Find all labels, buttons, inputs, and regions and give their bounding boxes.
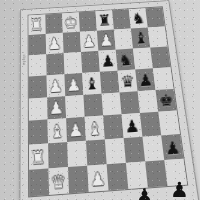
board-square-f4[interactable] xyxy=(120,91,140,115)
board-square-d8[interactable] xyxy=(79,11,97,31)
board-square-d2[interactable] xyxy=(86,140,107,166)
board-square-b1[interactable]: ♛ xyxy=(49,167,69,194)
board-square-h8[interactable] xyxy=(145,7,164,27)
board-square-f3[interactable]: ♟ xyxy=(122,113,143,138)
board-square-g5[interactable]: ♟ xyxy=(135,68,155,91)
chess-piece-white-queen[interactable]: ♛ xyxy=(48,171,69,195)
board-square-a2[interactable]: ♜ xyxy=(29,144,49,170)
chess-piece-white-pawn[interactable]: ♟ xyxy=(46,98,66,120)
board-square-d6[interactable] xyxy=(81,51,100,73)
board-square-b6[interactable] xyxy=(46,53,64,75)
board-square-e2[interactable] xyxy=(105,138,126,164)
board-square-g2[interactable] xyxy=(142,136,164,162)
board-square-c8[interactable]: ♚ xyxy=(62,12,80,32)
board-square-e1[interactable] xyxy=(107,163,129,190)
chess-piece-white-rook[interactable]: ♜ xyxy=(28,15,46,35)
chess-piece-white-king[interactable]: ♚ xyxy=(62,13,80,33)
board-square-g3[interactable] xyxy=(140,112,161,137)
board-square-c6[interactable] xyxy=(64,52,83,74)
board-square-b8[interactable] xyxy=(45,13,62,33)
board-square-d1[interactable]: ♟ xyxy=(87,164,108,191)
chessboard-photo: ılıılıı ♜♚♜♞♟♟♟♝♟♞♟♟♝♛♟♟♚♝♟♝♟♜♟♛♟ ♟ ♟ xyxy=(0,0,200,200)
chess-piece-white-pawn[interactable]: ♟ xyxy=(45,34,64,54)
chess-piece-white-pawn[interactable]: ♟ xyxy=(97,31,116,51)
board-grid[interactable]: ♜♚♜♞♟♟♟♝♟♞♟♟♝♛♟♟♚♝♟♝♟♜♟♛♟ xyxy=(28,6,189,197)
chess-piece-black-king[interactable]: ♚ xyxy=(157,91,177,113)
frame-edge-marking: ılıılıı xyxy=(21,55,27,97)
board-square-f2[interactable] xyxy=(124,137,145,163)
chess-piece-white-bishop[interactable]: ♝ xyxy=(47,121,67,143)
board-square-e3[interactable] xyxy=(103,115,124,140)
chess-piece-white-rook[interactable]: ♜ xyxy=(28,147,49,170)
board-square-h2[interactable]: ♟ xyxy=(161,134,183,160)
chess-piece-white-pawn[interactable]: ♟ xyxy=(80,32,99,52)
chess-board-frame: ılıılıı ♜♚♜♞♟♟♟♝♟♞♟♟♝♛♟♟♚♝♟♝♟♜♟♛♟ xyxy=(19,0,199,200)
board-square-f5[interactable]: ♛ xyxy=(118,69,138,92)
board-square-h3[interactable] xyxy=(158,111,180,136)
chess-piece-white-pawn[interactable]: ♟ xyxy=(46,76,65,97)
board-square-h4[interactable]: ♚ xyxy=(155,88,176,112)
board-square-d5[interactable]: ♝ xyxy=(82,72,101,95)
chess-piece-black-rook[interactable]: ♜ xyxy=(96,11,114,31)
board-square-c3[interactable]: ♟ xyxy=(66,117,86,142)
board-square-h6[interactable] xyxy=(150,46,170,68)
board-square-b2[interactable] xyxy=(48,142,68,168)
chess-piece-black-knight[interactable]: ♞ xyxy=(116,50,135,71)
board-square-a6[interactable] xyxy=(29,54,47,76)
chess-piece-black-bishop[interactable]: ♝ xyxy=(132,28,151,48)
chess-piece-black-queen[interactable]: ♛ xyxy=(118,71,137,92)
board-square-a1[interactable] xyxy=(29,169,49,197)
board-square-a8[interactable]: ♜ xyxy=(29,14,46,34)
board-square-e7[interactable]: ♟ xyxy=(97,30,116,51)
chess-piece-black-pawn[interactable]: ♟ xyxy=(99,51,118,72)
board-square-g8[interactable]: ♞ xyxy=(129,8,148,28)
board-square-f8[interactable] xyxy=(112,9,131,29)
board-square-e8[interactable]: ♜ xyxy=(96,10,114,30)
chess-piece-black-bishop[interactable]: ♝ xyxy=(82,73,101,94)
board-square-d4[interactable] xyxy=(83,93,103,117)
captured-black-piece: ♟ xyxy=(170,178,189,200)
chess-piece-white-bishop[interactable]: ♝ xyxy=(85,119,105,141)
board-square-h5[interactable] xyxy=(153,67,174,90)
board-square-e5[interactable] xyxy=(100,70,120,93)
board-square-b5[interactable]: ♟ xyxy=(47,74,66,97)
board-square-c5[interactable]: ♟ xyxy=(64,73,83,96)
board-square-h7[interactable] xyxy=(148,26,168,47)
chess-piece-white-pawn[interactable]: ♟ xyxy=(87,168,108,192)
board-square-e4[interactable] xyxy=(101,92,121,116)
board-square-b4[interactable]: ♟ xyxy=(47,96,66,120)
chess-piece-black-pawn[interactable]: ♟ xyxy=(122,116,142,138)
board-square-b7[interactable]: ♟ xyxy=(46,33,64,54)
chess-piece-black-pawn[interactable]: ♟ xyxy=(136,70,155,91)
board-square-b3[interactable]: ♝ xyxy=(48,119,67,144)
board-square-a3[interactable] xyxy=(29,120,48,145)
board-square-f7[interactable] xyxy=(114,28,133,49)
board-square-c4[interactable] xyxy=(65,94,84,118)
board-square-d3[interactable]: ♝ xyxy=(85,116,105,141)
board-square-g7[interactable]: ♝ xyxy=(131,27,150,48)
board-square-g4[interactable] xyxy=(138,90,159,114)
chess-piece-white-pawn[interactable]: ♟ xyxy=(64,75,83,96)
board-square-f6[interactable]: ♞ xyxy=(116,48,136,70)
board-square-c1[interactable] xyxy=(68,166,89,193)
board-square-a7[interactable] xyxy=(29,34,47,55)
board-square-a5[interactable] xyxy=(29,75,47,98)
chess-piece-white-pawn[interactable]: ♟ xyxy=(66,120,86,142)
board-square-e6[interactable]: ♟ xyxy=(98,50,117,72)
chess-piece-black-pawn[interactable]: ♟ xyxy=(163,137,184,160)
board-square-c7[interactable] xyxy=(63,32,81,53)
board-square-a4[interactable] xyxy=(29,97,48,121)
chess-piece-black-knight[interactable]: ♞ xyxy=(129,9,147,29)
board-square-d7[interactable]: ♟ xyxy=(80,31,98,52)
board-square-c2[interactable] xyxy=(67,141,87,167)
captured-black-piece: ♟ xyxy=(136,184,153,200)
